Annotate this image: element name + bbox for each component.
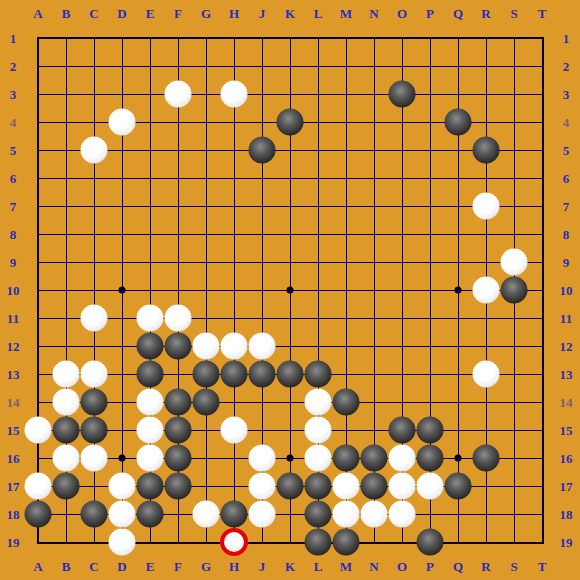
stone-black-N17 — [361, 473, 388, 500]
stone-white-E11 — [137, 305, 164, 332]
row-label-right-17: 17 — [560, 480, 573, 493]
star-point-D16 — [119, 455, 126, 462]
col-label-bottom-F: F — [174, 560, 182, 573]
stone-black-E18 — [137, 501, 164, 528]
col-label-top-R: R — [481, 7, 490, 20]
col-label-bottom-E: E — [146, 560, 155, 573]
stone-black-N16 — [361, 445, 388, 472]
col-label-bottom-N: N — [369, 560, 378, 573]
row-label-left-4: 4 — [10, 116, 17, 129]
stone-black-K4 — [277, 109, 304, 136]
col-label-top-T: T — [538, 7, 547, 20]
col-label-bottom-T: T — [538, 560, 547, 573]
row-label-right-12: 12 — [560, 340, 573, 353]
stone-white-O16 — [389, 445, 416, 472]
col-label-bottom-J: J — [259, 560, 266, 573]
row-label-right-19: 19 — [560, 536, 573, 549]
star-point-D10 — [119, 287, 126, 294]
stone-white-C16 — [81, 445, 108, 472]
stone-black-P15 — [417, 417, 444, 444]
stone-black-B17 — [53, 473, 80, 500]
row-label-right-1: 1 — [563, 32, 570, 45]
stone-black-Q4 — [445, 109, 472, 136]
stone-white-C5 — [81, 137, 108, 164]
row-label-right-13: 13 — [560, 368, 573, 381]
row-label-left-16: 16 — [7, 452, 20, 465]
stone-black-L17 — [305, 473, 332, 500]
row-label-right-8: 8 — [563, 228, 570, 241]
stone-white-E15 — [137, 417, 164, 444]
col-label-top-F: F — [174, 7, 182, 20]
col-label-bottom-H: H — [229, 560, 239, 573]
stone-black-F16 — [165, 445, 192, 472]
stone-white-R13 — [473, 361, 500, 388]
col-label-top-J: J — [259, 7, 266, 20]
row-label-right-15: 15 — [560, 424, 573, 437]
stone-black-K17 — [277, 473, 304, 500]
stone-white-J12 — [249, 333, 276, 360]
col-label-top-E: E — [146, 7, 155, 20]
stone-white-D18 — [109, 501, 136, 528]
col-label-bottom-O: O — [397, 560, 407, 573]
stone-white-G12 — [193, 333, 220, 360]
stone-white-H3 — [221, 81, 248, 108]
row-label-right-6: 6 — [563, 172, 570, 185]
stone-white-O17 — [389, 473, 416, 500]
star-point-K10 — [287, 287, 294, 294]
stone-white-S9 — [501, 249, 528, 276]
stone-black-G14 — [193, 389, 220, 416]
col-label-bottom-Q: Q — [453, 560, 463, 573]
row-label-right-9: 9 — [563, 256, 570, 269]
stone-black-F17 — [165, 473, 192, 500]
stone-white-G18 — [193, 501, 220, 528]
stone-black-M14 — [333, 389, 360, 416]
stone-white-N18 — [361, 501, 388, 528]
row-label-left-17: 17 — [7, 480, 20, 493]
stone-white-C13 — [81, 361, 108, 388]
row-label-left-2: 2 — [10, 60, 17, 73]
stone-white-M18 — [333, 501, 360, 528]
col-label-top-D: D — [117, 7, 126, 20]
row-label-left-1: 1 — [10, 32, 17, 45]
stone-white-B14 — [53, 389, 80, 416]
col-label-top-O: O — [397, 7, 407, 20]
stone-white-J17 — [249, 473, 276, 500]
row-label-left-8: 8 — [10, 228, 17, 241]
go-board[interactable]: AABBCCDDEEFFGGHHJJKKLLMMNNOOPPQQRRSSTT11… — [0, 0, 580, 580]
col-label-top-B: B — [62, 7, 71, 20]
stone-white-H15 — [221, 417, 248, 444]
stone-white-O18 — [389, 501, 416, 528]
row-label-right-4: 4 — [563, 116, 570, 129]
col-label-bottom-L: L — [314, 560, 323, 573]
row-label-left-3: 3 — [10, 88, 17, 101]
col-label-top-C: C — [89, 7, 98, 20]
stone-white-R10 — [473, 277, 500, 304]
col-label-bottom-D: D — [117, 560, 126, 573]
stone-black-R16 — [473, 445, 500, 472]
star-point-Q16 — [455, 455, 462, 462]
row-label-left-9: 9 — [10, 256, 17, 269]
col-label-bottom-C: C — [89, 560, 98, 573]
col-label-top-K: K — [285, 7, 295, 20]
stone-black-E13 — [137, 361, 164, 388]
stone-white-C11 — [81, 305, 108, 332]
stone-black-F15 — [165, 417, 192, 444]
stone-white-D17 — [109, 473, 136, 500]
stone-black-R5 — [473, 137, 500, 164]
row-label-left-11: 11 — [7, 312, 19, 325]
col-label-top-Q: Q — [453, 7, 463, 20]
stone-black-A18 — [25, 501, 52, 528]
stone-black-J13 — [249, 361, 276, 388]
stone-white-L15 — [305, 417, 332, 444]
stone-white-E16 — [137, 445, 164, 472]
row-label-left-19: 19 — [7, 536, 20, 549]
col-label-bottom-R: R — [481, 560, 490, 573]
row-label-left-10: 10 — [7, 284, 20, 297]
row-label-left-12: 12 — [7, 340, 20, 353]
stone-white-F11 — [165, 305, 192, 332]
last-move-stone-white-H19 — [220, 528, 248, 556]
stone-white-L16 — [305, 445, 332, 472]
col-label-top-H: H — [229, 7, 239, 20]
row-label-right-14: 14 — [560, 396, 573, 409]
col-label-bottom-B: B — [62, 560, 71, 573]
row-label-left-14: 14 — [7, 396, 20, 409]
stone-white-H12 — [221, 333, 248, 360]
col-label-bottom-P: P — [426, 560, 434, 573]
stone-black-F14 — [165, 389, 192, 416]
stone-black-F12 — [165, 333, 192, 360]
stone-white-J18 — [249, 501, 276, 528]
row-label-left-15: 15 — [7, 424, 20, 437]
stone-white-R7 — [473, 193, 500, 220]
stone-white-A17 — [25, 473, 52, 500]
stone-white-L14 — [305, 389, 332, 416]
stone-black-B15 — [53, 417, 80, 444]
stone-black-K13 — [277, 361, 304, 388]
col-label-top-A: A — [33, 7, 42, 20]
stone-black-O3 — [389, 81, 416, 108]
stone-black-C15 — [81, 417, 108, 444]
stone-black-S10 — [501, 277, 528, 304]
col-label-bottom-G: G — [201, 560, 211, 573]
col-label-bottom-S: S — [510, 560, 517, 573]
col-label-top-N: N — [369, 7, 378, 20]
stone-black-C18 — [81, 501, 108, 528]
stone-white-M17 — [333, 473, 360, 500]
row-label-right-11: 11 — [560, 312, 572, 325]
stone-black-P19 — [417, 529, 444, 556]
row-label-right-18: 18 — [560, 508, 573, 521]
stone-white-D19 — [109, 529, 136, 556]
star-point-K16 — [287, 455, 294, 462]
stone-white-D4 — [109, 109, 136, 136]
col-label-top-L: L — [314, 7, 323, 20]
col-label-top-S: S — [510, 7, 517, 20]
row-label-left-13: 13 — [7, 368, 20, 381]
stone-white-F3 — [165, 81, 192, 108]
stone-white-B13 — [53, 361, 80, 388]
stone-black-L18 — [305, 501, 332, 528]
row-label-left-6: 6 — [10, 172, 17, 185]
row-label-left-7: 7 — [10, 200, 17, 213]
row-label-left-18: 18 — [7, 508, 20, 521]
stone-white-E14 — [137, 389, 164, 416]
stone-black-M16 — [333, 445, 360, 472]
col-label-bottom-A: A — [33, 560, 42, 573]
col-label-top-M: M — [340, 7, 352, 20]
row-label-left-5: 5 — [10, 144, 17, 157]
stone-white-B16 — [53, 445, 80, 472]
stone-black-H18 — [221, 501, 248, 528]
stone-black-C14 — [81, 389, 108, 416]
stone-black-E12 — [137, 333, 164, 360]
stone-black-P16 — [417, 445, 444, 472]
stone-black-O15 — [389, 417, 416, 444]
stone-white-J16 — [249, 445, 276, 472]
row-label-right-16: 16 — [560, 452, 573, 465]
stone-black-G13 — [193, 361, 220, 388]
stone-black-M19 — [333, 529, 360, 556]
row-label-right-10: 10 — [560, 284, 573, 297]
row-label-right-2: 2 — [563, 60, 570, 73]
row-label-right-3: 3 — [563, 88, 570, 101]
stone-black-E17 — [137, 473, 164, 500]
stone-black-L19 — [305, 529, 332, 556]
col-label-bottom-M: M — [340, 560, 352, 573]
row-label-right-5: 5 — [563, 144, 570, 157]
stone-black-L13 — [305, 361, 332, 388]
star-point-Q10 — [455, 287, 462, 294]
col-label-top-P: P — [426, 7, 434, 20]
stone-white-A15 — [25, 417, 52, 444]
col-label-top-G: G — [201, 7, 211, 20]
stone-black-Q17 — [445, 473, 472, 500]
stone-black-H13 — [221, 361, 248, 388]
row-label-right-7: 7 — [563, 200, 570, 213]
col-label-bottom-K: K — [285, 560, 295, 573]
stone-white-P17 — [417, 473, 444, 500]
stone-black-J5 — [249, 137, 276, 164]
